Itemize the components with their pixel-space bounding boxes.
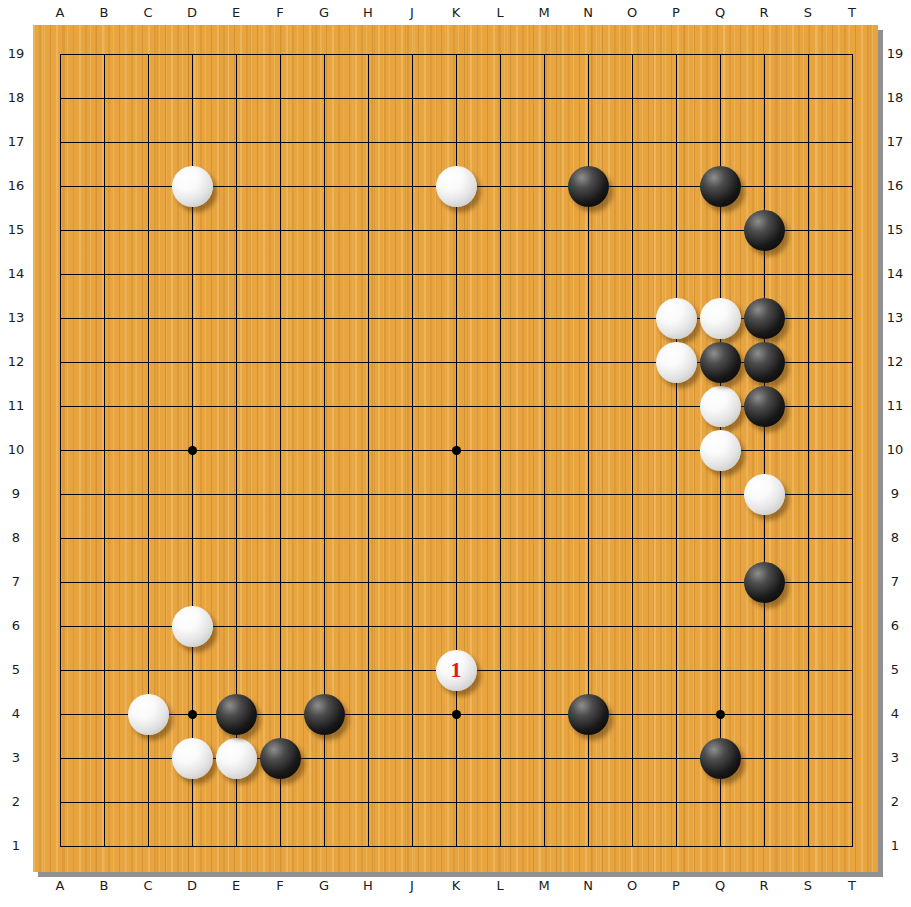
row-label: 10 bbox=[879, 428, 911, 472]
black-stone[interactable] bbox=[744, 562, 785, 603]
black-stone[interactable] bbox=[568, 694, 609, 735]
black-stone[interactable] bbox=[700, 738, 741, 779]
column-label: B bbox=[82, 5, 126, 21]
black-stone[interactable] bbox=[700, 166, 741, 207]
column-label: J bbox=[390, 5, 434, 21]
black-stone[interactable] bbox=[260, 738, 301, 779]
row-label: 2 bbox=[0, 780, 32, 824]
row-label: 13 bbox=[0, 296, 32, 340]
column-label: C bbox=[126, 878, 170, 894]
column-label: O bbox=[610, 5, 654, 21]
white-stone[interactable] bbox=[436, 166, 477, 207]
row-label: 3 bbox=[879, 736, 911, 780]
white-stone[interactable] bbox=[172, 166, 213, 207]
row-label: 6 bbox=[0, 604, 32, 648]
white-stone[interactable]: 1 bbox=[436, 650, 477, 691]
row-label: 8 bbox=[879, 516, 911, 560]
row-label: 18 bbox=[0, 76, 32, 120]
row-label: 2 bbox=[879, 780, 911, 824]
column-label: O bbox=[610, 878, 654, 894]
column-label: F bbox=[258, 878, 302, 894]
row-label: 13 bbox=[879, 296, 911, 340]
row-label: 8 bbox=[0, 516, 32, 560]
row-label: 10 bbox=[0, 428, 32, 472]
column-label: K bbox=[434, 5, 478, 21]
row-label: 1 bbox=[879, 824, 911, 868]
column-label: L bbox=[478, 5, 522, 21]
black-stone[interactable] bbox=[744, 298, 785, 339]
row-label: 7 bbox=[879, 560, 911, 604]
row-label: 16 bbox=[0, 164, 32, 208]
column-label: C bbox=[126, 5, 170, 21]
column-label: R bbox=[742, 878, 786, 894]
row-label: 16 bbox=[879, 164, 911, 208]
white-stone[interactable] bbox=[172, 606, 213, 647]
move-number-label: 1 bbox=[451, 659, 462, 681]
row-label: 4 bbox=[879, 692, 911, 736]
column-label: N bbox=[566, 878, 610, 894]
column-label: R bbox=[742, 5, 786, 21]
white-stone[interactable] bbox=[700, 386, 741, 427]
black-stone[interactable] bbox=[216, 694, 257, 735]
white-stone[interactable] bbox=[172, 738, 213, 779]
column-label: L bbox=[478, 878, 522, 894]
black-stone[interactable] bbox=[744, 386, 785, 427]
column-label: S bbox=[786, 5, 830, 21]
page: 1 AABBCCDDEEFFGGHHJJKKLLMMNNOOPPQQRRSSTT… bbox=[0, 0, 911, 907]
column-label: P bbox=[654, 5, 698, 21]
row-label: 5 bbox=[879, 648, 911, 692]
row-label: 18 bbox=[879, 76, 911, 120]
row-label: 11 bbox=[879, 384, 911, 428]
black-stone[interactable] bbox=[744, 210, 785, 251]
row-label: 7 bbox=[0, 560, 32, 604]
row-label: 4 bbox=[0, 692, 32, 736]
row-label: 15 bbox=[879, 208, 911, 252]
column-label: P bbox=[654, 878, 698, 894]
white-stone[interactable] bbox=[216, 738, 257, 779]
row-label: 11 bbox=[0, 384, 32, 428]
column-label: E bbox=[214, 5, 258, 21]
column-label: N bbox=[566, 5, 610, 21]
row-label: 15 bbox=[0, 208, 32, 252]
row-label: 9 bbox=[0, 472, 32, 516]
column-label: D bbox=[170, 5, 214, 21]
column-label: D bbox=[170, 878, 214, 894]
goban[interactable]: 1 bbox=[33, 25, 878, 872]
row-label: 19 bbox=[0, 32, 32, 76]
row-label: 1 bbox=[0, 824, 32, 868]
column-label: M bbox=[522, 5, 566, 21]
column-label: Q bbox=[698, 5, 742, 21]
column-label: B bbox=[82, 878, 126, 894]
board-intersections[interactable]: 1 bbox=[38, 32, 874, 868]
row-label: 17 bbox=[879, 120, 911, 164]
black-stone[interactable] bbox=[700, 342, 741, 383]
white-stone[interactable] bbox=[128, 694, 169, 735]
black-stone[interactable] bbox=[744, 342, 785, 383]
row-label: 12 bbox=[879, 340, 911, 384]
column-label: F bbox=[258, 5, 302, 21]
row-label: 12 bbox=[0, 340, 32, 384]
column-label: G bbox=[302, 878, 346, 894]
black-stone[interactable] bbox=[568, 166, 609, 207]
white-stone[interactable] bbox=[656, 298, 697, 339]
row-label: 14 bbox=[879, 252, 911, 296]
white-stone[interactable] bbox=[700, 430, 741, 471]
white-stone[interactable] bbox=[700, 298, 741, 339]
row-label: 9 bbox=[879, 472, 911, 516]
row-label: 14 bbox=[0, 252, 32, 296]
column-label: A bbox=[38, 5, 82, 21]
row-label: 5 bbox=[0, 648, 32, 692]
column-label: T bbox=[830, 878, 874, 894]
column-label: M bbox=[522, 878, 566, 894]
column-label: J bbox=[390, 878, 434, 894]
black-stone[interactable] bbox=[304, 694, 345, 735]
column-label: G bbox=[302, 5, 346, 21]
column-label: Q bbox=[698, 878, 742, 894]
column-label: H bbox=[346, 5, 390, 21]
column-label: S bbox=[786, 878, 830, 894]
column-label: E bbox=[214, 878, 258, 894]
row-label: 3 bbox=[0, 736, 32, 780]
column-label: H bbox=[346, 878, 390, 894]
row-label: 6 bbox=[879, 604, 911, 648]
column-label: T bbox=[830, 5, 874, 21]
row-label: 17 bbox=[0, 120, 32, 164]
column-label: A bbox=[38, 878, 82, 894]
row-label: 19 bbox=[879, 32, 911, 76]
white-stone[interactable] bbox=[744, 474, 785, 515]
white-stone[interactable] bbox=[656, 342, 697, 383]
column-label: K bbox=[434, 878, 478, 894]
